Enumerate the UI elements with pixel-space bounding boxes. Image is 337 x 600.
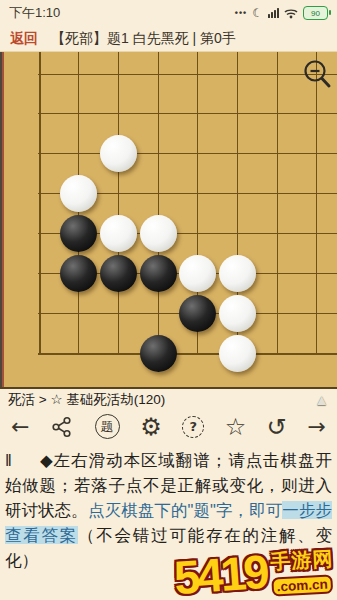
problem-ti-button[interactable]: 题 <box>95 414 120 439</box>
stone-white <box>100 135 137 172</box>
cell-signal-icon <box>268 8 279 18</box>
help-question-icon[interactable]: ? <box>182 416 204 438</box>
nav-bar: 返回 【死部】题1 白先黑死 | 第0手 <box>0 26 337 51</box>
stone-white <box>219 255 256 292</box>
stone-white <box>179 255 216 292</box>
watermark-domain: .com.cn <box>271 574 333 596</box>
stone-black <box>60 215 97 252</box>
collapse-arrow-icon[interactable]: ▲ <box>314 392 329 407</box>
stone-white <box>140 215 177 252</box>
battery-icon: 90 <box>303 6 328 20</box>
page-title: 【死部】题1 白先黑死 | 第0手 <box>51 30 236 48</box>
next-move-arrow[interactable]: → <box>308 416 326 438</box>
moon-dnd-icon: ☾ <box>252 6 263 20</box>
status-bar: 下午1:10 ••• ☾ 90 <box>0 0 337 26</box>
stone-white <box>219 335 256 372</box>
stone-black <box>100 255 137 292</box>
undo-reset-icon[interactable]: ↺ <box>267 415 287 439</box>
breadcrumb[interactable]: 死活 > ☆ 基础死活劫(120) <box>8 391 165 409</box>
help-text-blue: 点灭棋盘下的"题"字，即可 <box>88 501 282 519</box>
stone-white <box>60 175 97 212</box>
stones-grid <box>19 54 337 373</box>
stone-black <box>140 255 177 292</box>
back-button[interactable]: 返回 <box>10 30 38 48</box>
status-icons: ••• ☾ 90 <box>235 6 328 20</box>
share-icon[interactable] <box>50 415 74 439</box>
stone-black <box>179 295 216 332</box>
notification-dots-icon: ••• <box>235 8 247 18</box>
stone-black <box>140 335 177 372</box>
favorite-star-icon[interactable]: ☆ <box>225 415 247 439</box>
watermark-site-name: 手游网 <box>270 545 334 575</box>
board-left-shadow <box>0 52 5 387</box>
zoom-out-magnifier-icon[interactable] <box>302 59 332 89</box>
settings-gear-icon[interactable]: ⚙ <box>140 415 162 439</box>
watermark-number: 5419 <box>173 552 268 598</box>
site-watermark: 5419 手游网 .com.cn <box>174 547 334 595</box>
wifi-icon <box>284 8 298 19</box>
app-screen: 下午1:10 ••• ☾ 90 返回 【死部】题1 白先黑死 | 第0手 <box>0 0 337 600</box>
stone-black <box>60 255 97 292</box>
breadcrumb-bar: 死活 > ☆ 基础死活劫(120) ▲ <box>0 389 337 410</box>
prev-move-arrow[interactable]: ← <box>11 416 29 438</box>
clock-time: 下午1:10 <box>9 4 60 22</box>
go-board[interactable] <box>0 51 337 389</box>
paragraph-marker: ‖ <box>5 448 39 473</box>
battery-percent: 90 <box>311 9 320 18</box>
stone-white <box>219 295 256 332</box>
toolbar: ← 题 ⚙ ? ☆ ↺ → <box>0 410 337 443</box>
stone-white <box>100 215 137 252</box>
